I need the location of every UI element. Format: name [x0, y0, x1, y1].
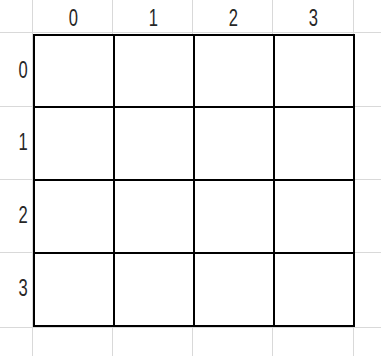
grid-cell-r0c3[interactable]	[275, 36, 353, 106]
grid-cell-r1c3[interactable]	[275, 108, 353, 179]
row-label-2: 2	[0, 179, 33, 252]
row-label-text: 0	[19, 59, 28, 82]
grid-cell-r0c0[interactable]	[35, 36, 113, 106]
grid-cell-r0c1[interactable]	[115, 36, 193, 106]
column-label-0: 0	[33, 0, 113, 33]
grid-cell-r2c1[interactable]	[115, 181, 193, 252]
grid-cell-r2c3[interactable]	[275, 181, 353, 252]
column-label-text: 2	[228, 7, 237, 30]
row-label-0: 0	[0, 34, 33, 106]
game-board	[33, 34, 355, 327]
grid-cell-r1c0[interactable]	[35, 108, 113, 179]
grid-cell-r0c2[interactable]	[195, 36, 273, 106]
row-label-text: 3	[19, 277, 28, 300]
row-label-1: 1	[0, 106, 33, 179]
column-labels: 0 1 2 3	[33, 0, 353, 33]
column-label-1: 1	[113, 0, 193, 33]
grid-cell-r3c3[interactable]	[275, 254, 353, 325]
row-label-3: 3	[0, 252, 33, 325]
spreadsheet-gridline-horizontal	[0, 327, 381, 328]
grid-cell-r3c2[interactable]	[195, 254, 273, 325]
grid-cell-r2c0[interactable]	[35, 181, 113, 252]
grid-cell-r1c2[interactable]	[195, 108, 273, 179]
column-label-2: 2	[193, 0, 273, 33]
grid-cell-r3c0[interactable]	[35, 254, 113, 325]
column-label-text: 0	[68, 7, 77, 30]
row-label-text: 2	[19, 204, 28, 227]
column-label-3: 3	[273, 0, 353, 33]
column-label-text: 3	[308, 7, 317, 30]
grid-cell-r3c1[interactable]	[115, 254, 193, 325]
row-label-text: 1	[19, 131, 28, 154]
column-label-text: 1	[148, 7, 157, 30]
grid-cell-r1c1[interactable]	[115, 108, 193, 179]
row-labels: 0 1 2 3	[0, 34, 33, 327]
grid-cell-r2c2[interactable]	[195, 181, 273, 252]
